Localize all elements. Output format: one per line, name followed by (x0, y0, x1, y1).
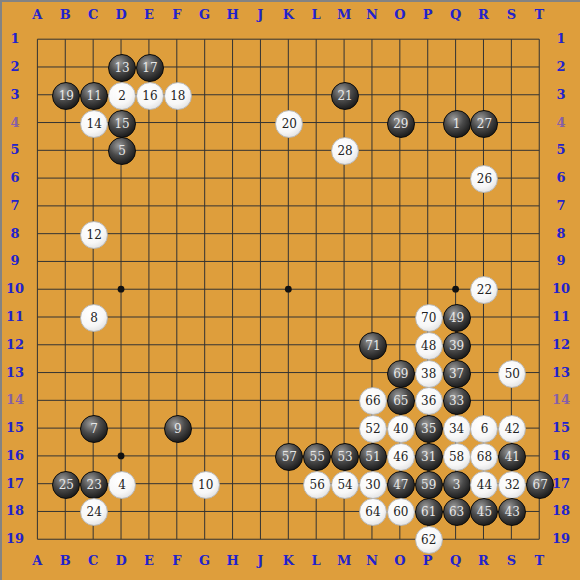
star-point-Q10 (452, 286, 459, 293)
col-label-top-C: C (80, 7, 106, 23)
row-label-left-1: 1 (2, 31, 28, 47)
col-label-bottom-O: O (387, 553, 413, 569)
stone-white-62-P19[interactable]: 62 (415, 526, 443, 554)
stone-black-69-O13[interactable]: 69 (387, 360, 415, 388)
col-label-top-R: R (470, 7, 496, 23)
stone-white-56-L17[interactable]: 56 (303, 471, 331, 499)
row-label-right-15: 15 (548, 420, 574, 436)
row-label-right-8: 8 (548, 226, 574, 242)
col-label-top-A: A (24, 7, 50, 23)
col-label-top-F: F (164, 7, 190, 23)
stone-white-32-S17[interactable]: 32 (498, 471, 526, 499)
row-label-right-12: 12 (548, 337, 574, 353)
stone-white-12-C8[interactable]: 12 (80, 221, 108, 249)
row-label-right-9: 9 (548, 253, 574, 269)
col-label-bottom-G: G (192, 553, 218, 569)
stone-black-65-O14[interactable]: 65 (387, 387, 415, 415)
row-label-left-17: 17 (2, 476, 28, 492)
stone-black-39-Q12[interactable]: 39 (443, 332, 471, 360)
col-label-bottom-E: E (136, 553, 162, 569)
col-label-bottom-K: K (275, 553, 301, 569)
star-point-D16 (118, 453, 125, 460)
col-label-bottom-L: L (303, 553, 329, 569)
col-label-bottom-R: R (470, 553, 496, 569)
row-label-left-4: 4 (2, 115, 28, 131)
row-label-right-14: 14 (548, 392, 574, 408)
row-label-right-4: 4 (548, 115, 574, 131)
stone-white-38-P13[interactable]: 38 (415, 360, 443, 388)
stone-black-3-Q17[interactable]: 3 (443, 471, 471, 499)
col-label-top-H: H (220, 7, 246, 23)
stone-white-14-C4[interactable]: 14 (80, 110, 108, 138)
stone-black-61-P18[interactable]: 61 (415, 498, 443, 526)
row-label-right-6: 6 (548, 170, 574, 186)
row-label-right-2: 2 (548, 59, 574, 75)
col-label-top-O: O (387, 7, 413, 23)
row-label-right-19: 19 (548, 531, 574, 547)
stone-black-55-L16[interactable]: 55 (303, 443, 331, 471)
stone-black-71-N12[interactable]: 71 (359, 332, 387, 360)
row-label-left-14: 14 (2, 392, 28, 408)
col-label-bottom-B: B (52, 553, 78, 569)
stone-black-33-Q14[interactable]: 33 (443, 387, 471, 415)
row-label-left-11: 11 (2, 309, 28, 325)
stone-black-9-F15[interactable]: 9 (164, 415, 192, 443)
stone-black-29-O4[interactable]: 29 (387, 110, 415, 138)
row-label-right-16: 16 (548, 448, 574, 464)
stone-white-52-N15[interactable]: 52 (359, 415, 387, 443)
stone-white-36-P14[interactable]: 36 (415, 387, 443, 415)
stone-black-25-B17[interactable]: 25 (52, 471, 80, 499)
row-label-right-10: 10 (548, 281, 574, 297)
col-label-top-Q: Q (443, 7, 469, 23)
stone-black-53-M16[interactable]: 53 (331, 443, 359, 471)
col-label-top-T: T (526, 7, 552, 23)
stone-black-49-Q11[interactable]: 49 (443, 304, 471, 332)
row-label-left-7: 7 (2, 198, 28, 214)
col-label-bottom-C: C (80, 553, 106, 569)
col-label-bottom-P: P (415, 553, 441, 569)
stone-white-40-O15[interactable]: 40 (387, 415, 415, 443)
stone-black-63-Q18[interactable]: 63 (443, 498, 471, 526)
star-point-K10 (285, 286, 292, 293)
col-label-top-G: G (192, 7, 218, 23)
stone-white-30-N17[interactable]: 30 (359, 471, 387, 499)
row-label-right-7: 7 (548, 198, 574, 214)
col-label-bottom-A: A (24, 553, 50, 569)
stone-black-1-Q4[interactable]: 1 (443, 110, 471, 138)
stone-black-51-N16[interactable]: 51 (359, 443, 387, 471)
col-label-bottom-M: M (331, 553, 357, 569)
col-label-top-E: E (136, 7, 162, 23)
go-board[interactable]: AABBCCDDEEFFGGHHJJKKLLMMNNOOPPQQRRSSTT11… (0, 0, 580, 580)
stone-black-17-E2[interactable]: 17 (136, 54, 164, 82)
stone-white-48-P12[interactable]: 48 (415, 332, 443, 360)
stone-black-27-R4[interactable]: 27 (470, 110, 498, 138)
col-label-bottom-Q: Q (443, 553, 469, 569)
stone-white-8-C11[interactable]: 8 (80, 304, 108, 332)
row-label-left-18: 18 (2, 503, 28, 519)
stone-white-34-Q15[interactable]: 34 (443, 415, 471, 443)
col-label-bottom-H: H (220, 553, 246, 569)
stone-white-20-K4[interactable]: 20 (275, 110, 303, 138)
col-label-bottom-T: T (526, 553, 552, 569)
stone-white-16-E3[interactable]: 16 (136, 82, 164, 110)
stone-white-18-F3[interactable]: 18 (164, 82, 192, 110)
star-point-D10 (118, 286, 125, 293)
stone-white-44-R17[interactable]: 44 (470, 471, 498, 499)
col-label-top-N: N (359, 7, 385, 23)
col-label-top-K: K (275, 7, 301, 23)
row-label-left-13: 13 (2, 365, 28, 381)
stone-black-23-C17[interactable]: 23 (80, 471, 108, 499)
stone-white-58-Q16[interactable]: 58 (443, 443, 471, 471)
stone-white-10-G17[interactable]: 10 (192, 471, 220, 499)
col-label-top-D: D (108, 7, 134, 23)
stone-white-50-S13[interactable]: 50 (498, 360, 526, 388)
row-label-right-3: 3 (548, 87, 574, 103)
row-label-left-8: 8 (2, 226, 28, 242)
stone-white-70-P11[interactable]: 70 (415, 304, 443, 332)
stone-black-37-Q13[interactable]: 37 (443, 360, 471, 388)
col-label-top-J: J (247, 7, 273, 23)
stone-black-59-P17[interactable]: 59 (415, 471, 443, 499)
col-label-bottom-J: J (247, 553, 273, 569)
col-label-bottom-S: S (498, 553, 524, 569)
col-label-top-M: M (331, 7, 357, 23)
col-label-bottom-D: D (108, 553, 134, 569)
row-label-right-11: 11 (548, 309, 574, 325)
row-label-left-2: 2 (2, 59, 28, 75)
row-label-left-19: 19 (2, 531, 28, 547)
col-label-top-S: S (498, 7, 524, 23)
stone-black-35-P15[interactable]: 35 (415, 415, 443, 443)
row-label-left-6: 6 (2, 170, 28, 186)
stone-black-21-M3[interactable]: 21 (331, 82, 359, 110)
stone-black-11-C3[interactable]: 11 (80, 82, 108, 110)
col-label-bottom-F: F (164, 553, 190, 569)
row-label-left-9: 9 (2, 253, 28, 269)
stone-black-31-P16[interactable]: 31 (415, 443, 443, 471)
stone-black-19-B3[interactable]: 19 (52, 82, 80, 110)
stone-black-47-O17[interactable]: 47 (387, 471, 415, 499)
stone-black-67-T17[interactable]: 67 (526, 471, 554, 499)
row-label-left-16: 16 (2, 448, 28, 464)
stone-white-54-M17[interactable]: 54 (331, 471, 359, 499)
row-label-right-5: 5 (548, 142, 574, 158)
stone-black-15-D4[interactable]: 15 (108, 110, 136, 138)
col-label-top-P: P (415, 7, 441, 23)
row-label-left-10: 10 (2, 281, 28, 297)
stone-white-46-O16[interactable]: 46 (387, 443, 415, 471)
stone-black-13-D2[interactable]: 13 (108, 54, 136, 82)
row-label-left-5: 5 (2, 142, 28, 158)
row-label-left-12: 12 (2, 337, 28, 353)
row-label-left-3: 3 (2, 87, 28, 103)
col-label-top-B: B (52, 7, 78, 23)
col-label-bottom-N: N (359, 553, 385, 569)
col-label-top-L: L (303, 7, 329, 23)
row-label-right-18: 18 (548, 503, 574, 519)
row-label-right-13: 13 (548, 365, 574, 381)
stone-white-4-D17[interactable]: 4 (108, 471, 136, 499)
row-label-left-15: 15 (2, 420, 28, 436)
stone-white-2-D3[interactable]: 2 (108, 82, 136, 110)
row-label-right-1: 1 (548, 31, 574, 47)
